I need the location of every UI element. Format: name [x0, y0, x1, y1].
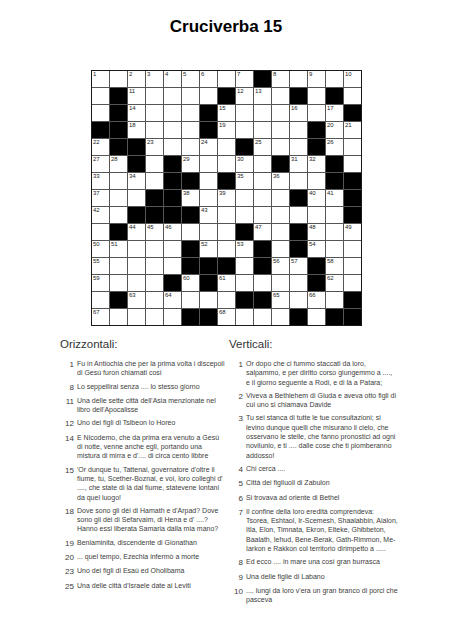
across-clue-list: 1Fu in Antiochia che per la prima volta … — [60, 359, 226, 591]
across-clue-11: 11Una delle sette città dell'Asia menzio… — [60, 396, 226, 415]
clue-text: Uno dei figli di Tsibeon lo Horeo — [77, 418, 226, 428]
cell-r15c9[interactable] — [236, 309, 253, 325]
cell-r15c4[interactable] — [146, 309, 163, 325]
cell-number: 39 — [219, 190, 225, 197]
cell-r2c5[interactable] — [164, 88, 181, 104]
cell-r11c14[interactable] — [326, 241, 343, 257]
cell-r14c1[interactable] — [92, 292, 109, 308]
cell-r11c9[interactable]: 53 — [236, 241, 253, 257]
block-cell-r9c4 — [146, 207, 163, 223]
block-cell-r11c10 — [254, 241, 271, 257]
clue-text: ... quel tempo, Ezechia infermò a morte — [77, 552, 226, 562]
cell-r9c1[interactable]: 42 — [92, 207, 109, 223]
cell-r4c6[interactable] — [182, 122, 199, 138]
cell-r13c10[interactable] — [254, 275, 271, 291]
cell-number: 6 — [201, 71, 204, 78]
cell-r9c2[interactable] — [110, 207, 127, 223]
cell-r4c15[interactable]: 21 — [344, 122, 361, 138]
clue-text: Fu in Antiochia che per la prima volta i… — [77, 359, 226, 378]
cell-r6c8[interactable] — [218, 156, 235, 172]
cell-r10c5[interactable]: 46 — [164, 224, 181, 240]
cell-r1c8[interactable] — [218, 71, 235, 87]
cell-r2c7[interactable] — [200, 88, 217, 104]
cell-r5c5[interactable] — [164, 139, 181, 155]
cell-r11c8[interactable] — [218, 241, 235, 257]
cell-r4c8[interactable]: 19 — [218, 122, 235, 138]
block-cell-r7c14 — [326, 173, 343, 189]
cell-number: 3 — [147, 71, 150, 78]
cell-number: 31 — [291, 156, 297, 163]
cell-r4c10[interactable] — [254, 122, 271, 138]
cell-r3c4[interactable] — [146, 105, 163, 121]
clue-text: E Nicodemo, che da prima era venuto a Ge… — [77, 433, 226, 461]
cell-r4c4[interactable] — [146, 122, 163, 138]
cell-r4c9[interactable] — [236, 122, 253, 138]
cell-r6c13[interactable]: 32 — [308, 156, 325, 172]
block-cell-r7c5 — [164, 173, 181, 189]
cell-r11c3[interactable] — [128, 241, 145, 257]
cell-number: 2 — [129, 71, 132, 78]
cell-r2c13[interactable] — [308, 88, 325, 104]
cell-r15c5[interactable] — [164, 309, 181, 325]
cell-r2c10[interactable]: 13 — [254, 88, 271, 104]
clue-text: Or dopo che ci fummo staccati da loro, s… — [246, 359, 398, 387]
cell-r5c7[interactable]: 24 — [200, 139, 217, 155]
cell-r3c6[interactable] — [182, 105, 199, 121]
clue-text: Si trovava ad oriente di Bethel — [246, 493, 398, 503]
cell-r8c8[interactable]: 39 — [218, 190, 235, 206]
cell-r1c4[interactable]: 3 — [146, 71, 163, 87]
cell-number: 19 — [219, 122, 225, 129]
across-clue-20: 20... quel tempo, Ezechia infermò a mort… — [60, 552, 226, 562]
cell-r1c1[interactable]: 1 — [92, 71, 109, 87]
cell-r9c13[interactable] — [308, 207, 325, 223]
cell-r5c4[interactable]: 23 — [146, 139, 163, 155]
clue-text: Una delle città d'Israele date ai Leviti — [77, 581, 226, 591]
clue-number: 12 — [60, 418, 77, 428]
cell-r13c1[interactable]: 59 — [92, 275, 109, 291]
down-clue-7: 7Il confine della loro eredità comprende… — [229, 507, 409, 553]
cell-r11c7[interactable]: 52 — [200, 241, 217, 257]
down-clue-8: 8Ed ecco .... in mare una così gran burr… — [229, 557, 409, 567]
cell-r10c1[interactable] — [92, 224, 109, 240]
cell-r8c14[interactable]: 41 — [326, 190, 343, 206]
cell-number: 66 — [309, 292, 315, 299]
clue-text: Lo seppellirai senza .... lo stesso gior… — [77, 382, 226, 392]
cell-r12c11[interactable]: 56 — [272, 258, 289, 274]
cell-number: 33 — [93, 173, 99, 180]
cell-r4c12[interactable] — [290, 122, 307, 138]
across-clue-18: 18Dove sono gli dèi di Hamath e d'Arpad?… — [60, 506, 226, 534]
cell-r11c5[interactable] — [164, 241, 181, 257]
cell-r4c14[interactable]: 20 — [326, 122, 343, 138]
page-title: Cruciverba 15 — [0, 17, 452, 37]
clue-number: 5 — [229, 478, 246, 488]
block-cell-r2c8 — [218, 88, 235, 104]
block-cell-r14c2 — [110, 292, 127, 308]
down-clue-5: 5Città dei figliuoli di Zabulon — [229, 478, 409, 488]
cell-r12c15[interactable] — [344, 258, 361, 274]
clue-number: 1 — [60, 359, 77, 378]
cell-r14c5[interactable]: 64 — [164, 292, 181, 308]
cell-r15c11[interactable] — [272, 309, 289, 325]
cell-r2c4[interactable] — [146, 88, 163, 104]
clue-text: Dove sono gli dèi di Hamath e d'Arpad? D… — [77, 506, 226, 534]
cell-r2c6[interactable] — [182, 88, 199, 104]
clue-number: 4 — [229, 464, 246, 474]
cell-r10c10[interactable]: 47 — [254, 224, 271, 240]
clue-text: Tu sei stanca di tutte le tue consultazi… — [246, 413, 398, 459]
cell-number: 49 — [345, 224, 351, 231]
cell-r7c12[interactable] — [290, 173, 307, 189]
cell-r10c6[interactable] — [182, 224, 199, 240]
cell-r14c11[interactable]: 65 — [272, 292, 289, 308]
cell-r12c12[interactable]: 57 — [290, 258, 307, 274]
clue-text: 'Or dunque tu, Tattenai, governatore d'o… — [77, 465, 226, 502]
cell-number: 14 — [129, 105, 135, 112]
cell-r8c10[interactable] — [254, 190, 271, 206]
cell-r15c10[interactable] — [254, 309, 271, 325]
down-clue-list: 1Or dopo che ci fummo staccati da loro, … — [229, 359, 409, 605]
cell-r3c11[interactable] — [272, 105, 289, 121]
cell-r1c2[interactable] — [110, 71, 127, 87]
cell-r3c1[interactable] — [92, 105, 109, 121]
block-cell-r2c12 — [290, 88, 307, 104]
cell-r13c2[interactable] — [110, 275, 127, 291]
cell-r13c3[interactable] — [128, 275, 145, 291]
cell-number: 56 — [273, 258, 279, 265]
clue-text: Uno dei figli di Esaù ed Oholibama — [77, 566, 226, 576]
cell-r9c8[interactable] — [218, 207, 235, 223]
cell-r10c4[interactable]: 45 — [146, 224, 163, 240]
cell-r13c8[interactable]: 61 — [218, 275, 235, 291]
block-cell-r14c10 — [254, 292, 271, 308]
cell-r13c9[interactable] — [236, 275, 253, 291]
cell-r12c14[interactable]: 58 — [326, 258, 343, 274]
cell-r9c11[interactable] — [272, 207, 289, 223]
cell-r15c3[interactable] — [128, 309, 145, 325]
cell-r12c3[interactable] — [128, 258, 145, 274]
cell-number: 48 — [309, 224, 315, 231]
block-cell-r9c3 — [128, 207, 145, 223]
cell-number: 67 — [93, 309, 99, 316]
cell-r2c9[interactable]: 12 — [236, 88, 253, 104]
block-cell-r3c7 — [200, 105, 217, 121]
across-clue-12: 12Uno dei figli di Tsibeon lo Horeo — [60, 418, 226, 428]
block-cell-r11c6 — [182, 241, 199, 257]
across-clue-25: 25Una delle città d'Israele date ai Levi… — [60, 581, 226, 591]
cell-r7c4[interactable] — [146, 173, 163, 189]
clue-text: .... lungi da loro v'era un gran branco … — [246, 586, 398, 605]
cell-number: 54 — [309, 241, 315, 248]
block-cell-r1c10 — [254, 71, 271, 87]
cell-r1c6[interactable]: 5 — [182, 71, 199, 87]
block-cell-r15c14 — [326, 309, 343, 325]
cell-r3c8[interactable]: 15 — [218, 105, 235, 121]
cell-number: 50 — [93, 241, 99, 248]
cell-r1c14[interactable] — [326, 71, 343, 87]
cell-r1c9[interactable]: 7 — [236, 71, 253, 87]
cell-number: 22 — [93, 139, 99, 146]
cell-r8c9[interactable] — [236, 190, 253, 206]
block-cell-r9c15 — [344, 207, 361, 223]
cell-number: 58 — [327, 258, 333, 265]
cell-r11c11[interactable] — [272, 241, 289, 257]
cell-r6c4[interactable] — [146, 156, 163, 172]
cell-r7c11[interactable]: 36 — [272, 173, 289, 189]
block-cell-r12c13 — [308, 258, 325, 274]
down-clue-3: 3Tu sei stanca di tutte le tue consultaz… — [229, 413, 409, 459]
cell-r5c11[interactable] — [272, 139, 289, 155]
cell-r9c10[interactable] — [254, 207, 271, 223]
cell-number: 57 — [291, 258, 297, 265]
block-cell-r15c7 — [200, 309, 217, 325]
cell-r8c13[interactable]: 40 — [308, 190, 325, 206]
cell-number: 23 — [147, 139, 153, 146]
block-cell-r13c5 — [164, 275, 181, 291]
cell-r11c4[interactable] — [146, 241, 163, 257]
crossword-grid: 1234567891011121314151617181920212223242… — [91, 70, 362, 326]
block-cell-r9c5 — [164, 207, 181, 223]
block-cell-r2c14 — [326, 88, 343, 104]
cell-r3c9[interactable] — [236, 105, 253, 121]
clue-text: Una delle figlie di Labano — [246, 572, 398, 582]
cell-r5c1[interactable]: 22 — [92, 139, 109, 155]
cell-r12c4[interactable] — [146, 258, 163, 274]
cell-number: 29 — [183, 156, 189, 163]
cell-number: 42 — [93, 207, 99, 214]
cell-r3c13[interactable] — [308, 105, 325, 121]
cell-number: 32 — [309, 156, 315, 163]
cell-r6c15[interactable] — [344, 156, 361, 172]
cell-r14c13[interactable]: 66 — [308, 292, 325, 308]
block-cell-r6c3 — [128, 156, 145, 172]
clue-number: 11 — [60, 396, 77, 415]
cell-r3c14[interactable]: 17 — [326, 105, 343, 121]
across-clue-1: 1Fu in Antiochia che per la prima volta … — [60, 359, 226, 378]
cell-r9c7[interactable]: 43 — [200, 207, 217, 223]
cell-r14c3[interactable]: 63 — [128, 292, 145, 308]
cell-number: 64 — [165, 292, 171, 299]
cell-number: 65 — [273, 292, 279, 299]
cell-r6c2[interactable]: 28 — [110, 156, 127, 172]
cell-r5c8[interactable] — [218, 139, 235, 155]
cell-number: 63 — [129, 292, 135, 299]
block-cell-r5c3 — [128, 139, 145, 155]
cell-r11c1[interactable]: 50 — [92, 241, 109, 257]
cell-r3c5[interactable] — [164, 105, 181, 121]
cell-number: 11 — [129, 88, 135, 95]
cell-r13c6[interactable]: 60 — [182, 275, 199, 291]
cell-r12c2[interactable] — [110, 258, 127, 274]
block-cell-r12c8 — [218, 258, 235, 274]
cell-r8c6[interactable]: 38 — [182, 190, 199, 206]
block-cell-r6c11 — [272, 156, 289, 172]
cell-r14c6[interactable] — [182, 292, 199, 308]
cell-r6c6[interactable]: 29 — [182, 156, 199, 172]
cell-r12c9[interactable] — [236, 258, 253, 274]
block-cell-r6c5 — [164, 156, 181, 172]
clue-number: 1 — [229, 359, 246, 387]
cell-r14c4[interactable] — [146, 292, 163, 308]
cell-r12c1[interactable]: 55 — [92, 258, 109, 274]
cell-r5c14[interactable]: 26 — [326, 139, 343, 155]
block-cell-r4c1 — [92, 122, 109, 138]
cell-r6c1[interactable]: 27 — [92, 156, 109, 172]
cell-number: 60 — [183, 275, 189, 282]
cell-r3c10[interactable] — [254, 105, 271, 121]
cell-r1c15[interactable]: 10 — [344, 71, 361, 87]
cell-r15c1[interactable]: 67 — [92, 309, 109, 325]
cell-r2c1[interactable] — [92, 88, 109, 104]
down-clue-1: 1Or dopo che ci fummo staccati da loro, … — [229, 359, 409, 387]
cell-r10c8[interactable] — [218, 224, 235, 240]
cell-r12c5[interactable] — [164, 258, 181, 274]
across-clue-8: 8Lo seppellirai senza .... lo stesso gio… — [60, 382, 226, 392]
clue-number: 8 — [60, 382, 77, 392]
block-cell-r13c7 — [200, 275, 217, 291]
cell-number: 10 — [345, 71, 351, 78]
cell-r10c7[interactable] — [200, 224, 217, 240]
cell-number: 20 — [327, 122, 333, 129]
cell-r7c10[interactable] — [254, 173, 271, 189]
cell-r4c3[interactable]: 18 — [128, 122, 145, 138]
cell-number: 53 — [237, 241, 243, 248]
cell-r7c13[interactable] — [308, 173, 325, 189]
cell-r10c14[interactable] — [326, 224, 343, 240]
cell-r6c10[interactable] — [254, 156, 271, 172]
cell-r7c2[interactable] — [110, 173, 127, 189]
block-cell-r11c12 — [290, 241, 307, 257]
block-cell-r12c7 — [200, 258, 217, 274]
cell-r8c11[interactable] — [272, 190, 289, 206]
cell-r7c1[interactable]: 33 — [92, 173, 109, 189]
clue-number: 7 — [229, 507, 246, 553]
cell-r9c14[interactable] — [326, 207, 343, 223]
cell-r8c1[interactable]: 37 — [92, 190, 109, 206]
cell-number: 15 — [219, 105, 225, 112]
cell-r10c11[interactable] — [272, 224, 289, 240]
cell-r1c12[interactable] — [290, 71, 307, 87]
cell-r15c13[interactable] — [308, 309, 325, 325]
cell-r10c13[interactable]: 48 — [308, 224, 325, 240]
cell-r6c9[interactable]: 30 — [236, 156, 253, 172]
cell-r4c5[interactable] — [164, 122, 181, 138]
clue-text: Viveva a Bethlehem di Giuda e aveva otto… — [246, 391, 398, 410]
cell-number: 59 — [93, 275, 99, 282]
cell-r15c8[interactable]: 68 — [218, 309, 235, 325]
cell-r1c13[interactable]: 9 — [308, 71, 325, 87]
cell-r5c6[interactable] — [182, 139, 199, 155]
cell-r1c3[interactable]: 2 — [128, 71, 145, 87]
block-cell-r15c15 — [344, 309, 361, 325]
cell-r5c10[interactable]: 25 — [254, 139, 271, 155]
block-cell-r14c15 — [344, 292, 361, 308]
cell-r10c3[interactable]: 44 — [128, 224, 145, 240]
cell-r4c11[interactable] — [272, 122, 289, 138]
cell-number: 62 — [327, 275, 333, 282]
cell-r14c14[interactable] — [326, 292, 343, 308]
cell-r1c7[interactable]: 6 — [200, 71, 217, 87]
clue-number: 2 — [229, 391, 246, 410]
cell-r11c2[interactable]: 51 — [110, 241, 127, 257]
cell-r13c12[interactable] — [290, 275, 307, 291]
cell-r1c11[interactable]: 8 — [272, 71, 289, 87]
cell-r14c8[interactable] — [218, 292, 235, 308]
cell-r11c15[interactable] — [344, 241, 361, 257]
cell-r6c7[interactable] — [200, 156, 217, 172]
block-cell-r15c6 — [182, 309, 199, 325]
cell-r8c7[interactable] — [200, 190, 217, 206]
cell-r6c12[interactable]: 31 — [290, 156, 307, 172]
cell-number: 12 — [237, 88, 243, 95]
cell-r5c15[interactable] — [344, 139, 361, 155]
cell-r9c12[interactable] — [290, 207, 307, 223]
cell-r5c12[interactable] — [290, 139, 307, 155]
cell-r13c4[interactable] — [146, 275, 163, 291]
cell-number: 40 — [309, 190, 315, 197]
cell-r7c7[interactable] — [200, 173, 217, 189]
cell-number: 45 — [147, 224, 153, 231]
block-cell-r7c15 — [344, 173, 361, 189]
cell-r7c3[interactable]: 34 — [128, 173, 145, 189]
cell-r13c11[interactable] — [272, 275, 289, 291]
cell-r15c2[interactable] — [110, 309, 127, 325]
cell-number: 27 — [93, 156, 99, 163]
block-cell-r7c6 — [182, 173, 199, 189]
down-clue-4: 4Chi cerca .... — [229, 464, 409, 474]
cell-r14c7[interactable] — [200, 292, 217, 308]
down-clues-section: Verticali: 1Or dopo che ci fummo staccat… — [229, 338, 409, 609]
cell-r13c15[interactable] — [344, 275, 361, 291]
cell-number: 35 — [237, 173, 243, 180]
down-clue-6: 6Si trovava ad oriente di Bethel — [229, 493, 409, 503]
block-cell-r8c4 — [146, 190, 163, 206]
cell-number: 26 — [327, 139, 333, 146]
block-cell-r9c6 — [182, 207, 199, 223]
cell-number: 17 — [327, 105, 333, 112]
cell-r13c14[interactable]: 62 — [326, 275, 343, 291]
cell-r2c3[interactable]: 11 — [128, 88, 145, 104]
cell-r8c2[interactable] — [110, 190, 127, 206]
down-clue-2: 2Viveva a Bethlehem di Giuda e aveva ott… — [229, 391, 409, 410]
clue-number: 10 — [229, 586, 246, 605]
cell-number: 52 — [201, 241, 207, 248]
cell-r8c3[interactable] — [128, 190, 145, 206]
cell-r10c15[interactable]: 49 — [344, 224, 361, 240]
block-cell-r10c9 — [236, 224, 253, 240]
block-cell-r4c13 — [308, 122, 325, 138]
cell-r3c12[interactable]: 16 — [290, 105, 307, 121]
cell-number: 44 — [129, 224, 135, 231]
cell-r2c15[interactable] — [344, 88, 361, 104]
cell-r14c12[interactable] — [290, 292, 307, 308]
cell-r2c11[interactable] — [272, 88, 289, 104]
clue-number: 23 — [60, 566, 77, 576]
cell-number: 24 — [201, 139, 207, 146]
block-cell-r8c5 — [164, 190, 181, 206]
cell-number: 5 — [183, 71, 186, 78]
cell-r9c9[interactable] — [236, 207, 253, 223]
cell-number: 37 — [93, 190, 99, 197]
cell-r11c13[interactable]: 54 — [308, 241, 325, 257]
cell-r7c9[interactable]: 35 — [236, 173, 253, 189]
cell-r1c5[interactable]: 4 — [164, 71, 181, 87]
across-clue-23: 23Uno dei figli di Esaù ed Oholibama — [60, 566, 226, 576]
cell-r3c3[interactable]: 14 — [128, 105, 145, 121]
block-cell-r4c7 — [200, 122, 217, 138]
block-cell-r8c15 — [344, 190, 361, 206]
